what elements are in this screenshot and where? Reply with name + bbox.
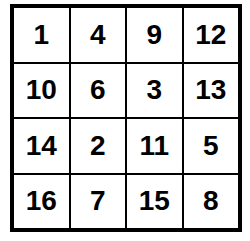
grid-cell: 15 xyxy=(127,175,182,229)
grid-cell: 9 xyxy=(127,8,182,62)
grid-cell: 1 xyxy=(14,8,69,62)
grid-cell: 4 xyxy=(71,8,126,62)
grid-cell: 11 xyxy=(127,119,182,173)
grid-cell: 10 xyxy=(14,64,69,118)
grid-cell: 5 xyxy=(184,119,239,173)
grid-cell: 7 xyxy=(71,175,126,229)
grid-cell: 13 xyxy=(184,64,239,118)
grid-cell: 8 xyxy=(184,175,239,229)
grid-cell: 2 xyxy=(71,119,126,173)
grid-cell: 3 xyxy=(127,64,182,118)
grid-cell: 6 xyxy=(71,64,126,118)
number-grid-board: 14912106313142115167158 xyxy=(10,4,242,232)
grid-cell: 14 xyxy=(14,119,69,173)
grid-cell: 16 xyxy=(14,175,69,229)
page: 14912106313142115167158 xyxy=(0,0,250,241)
grid-cell: 12 xyxy=(184,8,239,62)
